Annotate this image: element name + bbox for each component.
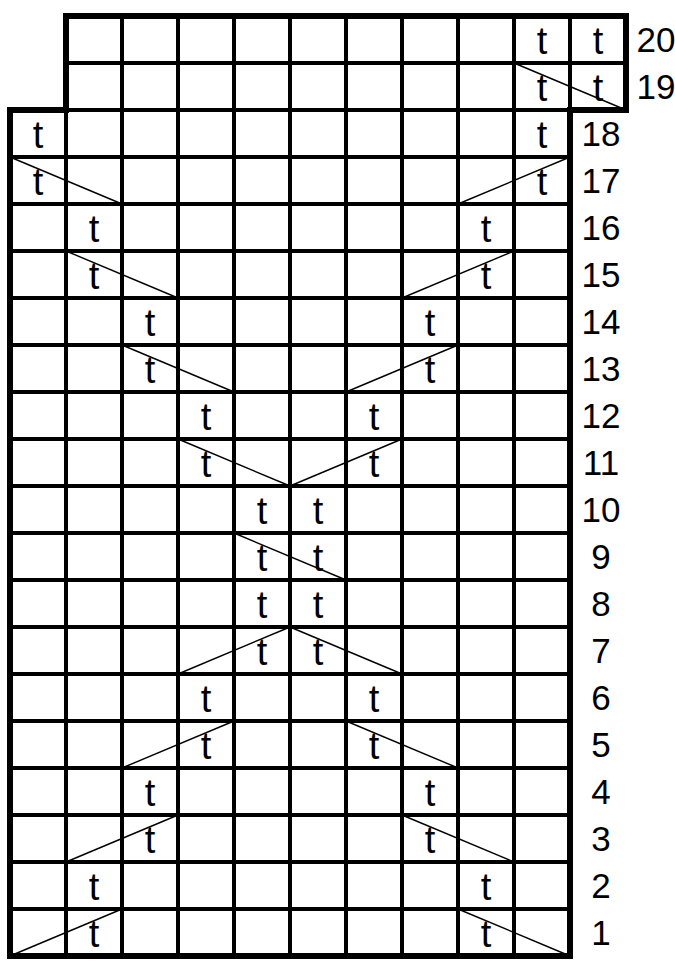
chart-cell-r2c9: t [458, 862, 514, 909]
chart-cell-r7c2 [66, 627, 122, 674]
chart-cell-r13c5 [234, 345, 290, 392]
chart-cell-r3c3: t [122, 815, 178, 862]
chart-cell-r12c4: t [178, 392, 234, 439]
chart-cell-r15c9: t [458, 251, 514, 298]
twisted-stitch-symbol: t [369, 398, 380, 436]
chart-cell-r12c5 [234, 392, 290, 439]
chart-cell-r5c4: t [178, 721, 234, 768]
chart-cell-r2c6 [290, 862, 346, 909]
twisted-stitch-symbol: t [481, 868, 492, 906]
twisted-stitch-symbol: t [145, 351, 156, 389]
chart-cell-r4c7 [346, 768, 402, 815]
chart-cell-r11c1 [10, 439, 66, 486]
row-number-label-5: 5 [561, 721, 641, 768]
twisted-stitch-symbol: t [257, 492, 268, 530]
twisted-stitch-symbol: t [201, 680, 212, 718]
chart-cell-r9c6: t [290, 533, 346, 580]
chart-cell-r19c9 [458, 63, 514, 110]
twisted-stitch-symbol: t [425, 351, 436, 389]
chart-cell-r20c3 [122, 16, 178, 63]
chart-cell-r10c3 [122, 486, 178, 533]
chart-cell-r4c6 [290, 768, 346, 815]
chart-cell-r1c5 [234, 909, 290, 956]
chart-cell-r16c7 [346, 204, 402, 251]
chart-cell-r20c5 [234, 16, 290, 63]
chart-cell-r13c6 [290, 345, 346, 392]
twisted-stitch-symbol: t [313, 586, 324, 624]
chart-cell-r3c2 [66, 815, 122, 862]
chart-cell-r6c3 [122, 674, 178, 721]
chart-cell-r6c4: t [178, 674, 234, 721]
row-number-label-11: 11 [561, 439, 641, 486]
chart-cell-r20c8 [402, 16, 458, 63]
chart-cell-r15c3 [122, 251, 178, 298]
chart-cell-r12c1 [10, 392, 66, 439]
row-number-label-16: 16 [561, 204, 641, 251]
chart-cell-r12c6 [290, 392, 346, 439]
row-number-label-15: 15 [561, 251, 641, 298]
chart-cell-r4c3: t [122, 768, 178, 815]
twisted-stitch-symbol: t [537, 116, 548, 154]
twisted-stitch-symbol: t [33, 163, 44, 201]
chart-cell-r6c2 [66, 674, 122, 721]
chart-cell-r17c4 [178, 157, 234, 204]
twisted-stitch-symbol: t [369, 445, 380, 483]
chart-cell-r15c1 [10, 251, 66, 298]
chart-cell-r2c7 [346, 862, 402, 909]
twisted-stitch-symbol: t [33, 116, 44, 154]
chart-cell-r9c7 [346, 533, 402, 580]
chart-cell-r11c3 [122, 439, 178, 486]
row-number-label-10: 10 [561, 486, 641, 533]
chart-cell-r19c10: t [514, 63, 570, 110]
chart-cell-r7c8 [402, 627, 458, 674]
row-number-label-8: 8 [561, 580, 641, 627]
chart-cell-r13c3: t [122, 345, 178, 392]
chart-cell-r10c8 [402, 486, 458, 533]
chart-cell-r18c8 [402, 110, 458, 157]
chart-cell-r7c3 [122, 627, 178, 674]
twisted-stitch-symbol: t [425, 821, 436, 859]
row-number-label-13: 13 [561, 345, 641, 392]
chart-cell-r1c6 [290, 909, 346, 956]
chart-cell-r13c7 [346, 345, 402, 392]
chart-cell-r17c2 [66, 157, 122, 204]
chart-cell-r18c3 [122, 110, 178, 157]
chart-cell-r2c4 [178, 862, 234, 909]
chart-cell-r5c9 [458, 721, 514, 768]
twisted-stitch-symbol: t [537, 69, 548, 107]
row-number-label-2: 2 [561, 862, 641, 909]
chart-cell-r1c9: t [458, 909, 514, 956]
twisted-stitch-symbol: t [201, 727, 212, 765]
chart-cell-r2c5 [234, 862, 290, 909]
chart-cell-r12c7: t [346, 392, 402, 439]
chart-cell-r19c8 [402, 63, 458, 110]
row-number-label-6: 6 [561, 674, 641, 721]
chart-cell-r19c4 [178, 63, 234, 110]
chart-cell-r15c7 [346, 251, 402, 298]
chart-cell-r20c6 [290, 16, 346, 63]
chart-cell-r16c9: t [458, 204, 514, 251]
chart-cell-r16c8 [402, 204, 458, 251]
chart-cell-r18c2 [66, 110, 122, 157]
chart-cell-r13c2 [66, 345, 122, 392]
twisted-stitch-symbol: t [313, 633, 324, 671]
chart-cell-r19c2 [66, 63, 122, 110]
chart-cell-r5c3 [122, 721, 178, 768]
twisted-stitch-symbol: t [425, 304, 436, 342]
chart-cell-r18c9 [458, 110, 514, 157]
knitting-chart: tttttttttttttttttttttttttttttttttttttttt… [0, 0, 675, 972]
chart-cell-r10c6: t [290, 486, 346, 533]
chart-cell-r8c8 [402, 580, 458, 627]
twisted-stitch-symbol: t [89, 210, 100, 248]
chart-cell-r6c7: t [346, 674, 402, 721]
row-number-label-3: 3 [561, 815, 641, 862]
chart-cell-r6c6 [290, 674, 346, 721]
chart-cell-r11c6 [290, 439, 346, 486]
chart-cell-r17c6 [290, 157, 346, 204]
chart-cell-r4c8: t [402, 768, 458, 815]
chart-cell-r13c1 [10, 345, 66, 392]
twisted-stitch-symbol: t [89, 915, 100, 953]
chart-cell-r8c5: t [234, 580, 290, 627]
twisted-stitch-symbol: t [537, 163, 548, 201]
chart-cell-r8c7 [346, 580, 402, 627]
chart-cell-r9c9 [458, 533, 514, 580]
chart-cell-r15c5 [234, 251, 290, 298]
chart-cell-r1c4 [178, 909, 234, 956]
twisted-stitch-symbol: t [313, 539, 324, 577]
chart-cell-r3c9 [458, 815, 514, 862]
chart-cell-r15c8 [402, 251, 458, 298]
chart-cell-r11c4: t [178, 439, 234, 486]
chart-cell-r5c5 [234, 721, 290, 768]
row-number-label-14: 14 [561, 298, 641, 345]
chart-cell-r19c7 [346, 63, 402, 110]
chart-cell-r7c1 [10, 627, 66, 674]
row-number-label-18: 18 [561, 110, 641, 157]
chart-cell-r10c1 [10, 486, 66, 533]
chart-cell-r17c5 [234, 157, 290, 204]
chart-cell-r18c7 [346, 110, 402, 157]
twisted-stitch-symbol: t [481, 210, 492, 248]
chart-cell-r6c1 [10, 674, 66, 721]
chart-cell-r12c8 [402, 392, 458, 439]
chart-cell-r6c8 [402, 674, 458, 721]
chart-cell-r17c3 [122, 157, 178, 204]
chart-cell-r9c2 [66, 533, 122, 580]
chart-cell-r20c2 [66, 16, 122, 63]
twisted-stitch-symbol: t [145, 821, 156, 859]
chart-cell-r6c9 [458, 674, 514, 721]
twisted-stitch-symbol: t [537, 22, 548, 60]
row-number-label-1: 1 [561, 909, 641, 956]
chart-cell-r10c4 [178, 486, 234, 533]
chart-cell-r20c7 [346, 16, 402, 63]
chart-cell-r4c1 [10, 768, 66, 815]
chart-cell-r13c4 [178, 345, 234, 392]
chart-cell-r15c6 [290, 251, 346, 298]
chart-cell-r7c9 [458, 627, 514, 674]
chart-cell-r16c6 [290, 204, 346, 251]
chart-cell-r11c2 [66, 439, 122, 486]
chart-cell-r1c8 [402, 909, 458, 956]
chart-cell-r19c6 [290, 63, 346, 110]
chart-cell-r19c5 [234, 63, 290, 110]
chart-cell-r14c4 [178, 298, 234, 345]
row-number-label-9: 9 [561, 533, 641, 580]
row-number-label-7: 7 [561, 627, 641, 674]
twisted-stitch-symbol: t [369, 727, 380, 765]
chart-cell-r18c5 [234, 110, 290, 157]
chart-cell-r11c5 [234, 439, 290, 486]
chart-cell-r12c9 [458, 392, 514, 439]
chart-cell-r14c6 [290, 298, 346, 345]
chart-cell-r12c2 [66, 392, 122, 439]
row-number-label-20: 20 [616, 16, 675, 63]
chart-cell-r10c5: t [234, 486, 290, 533]
row-number-label-17: 17 [561, 157, 641, 204]
chart-cell-r9c1 [10, 533, 66, 580]
chart-cell-r1c1 [10, 909, 66, 956]
twisted-stitch-symbol: t [145, 304, 156, 342]
chart-cell-r11c9 [458, 439, 514, 486]
chart-cell-r3c1 [10, 815, 66, 862]
twisted-stitch-symbol: t [481, 257, 492, 295]
chart-cell-r17c9 [458, 157, 514, 204]
chart-cell-r18c1: t [10, 110, 66, 157]
chart-cell-r11c8 [402, 439, 458, 486]
chart-cell-r2c8 [402, 862, 458, 909]
chart-cell-r4c2 [66, 768, 122, 815]
chart-cell-r7c7 [346, 627, 402, 674]
chart-cell-r16c2: t [66, 204, 122, 251]
chart-cell-r14c5 [234, 298, 290, 345]
chart-cell-r1c2: t [66, 909, 122, 956]
chart-cell-r20c4 [178, 16, 234, 63]
chart-cell-r17c7 [346, 157, 402, 204]
chart-cell-r20c10: t [514, 16, 570, 63]
twisted-stitch-symbol: t [257, 586, 268, 624]
chart-cell-r5c2 [66, 721, 122, 768]
twisted-stitch-symbol: t [593, 69, 604, 107]
twisted-stitch-symbol: t [593, 22, 604, 60]
row-number-label-12: 12 [561, 392, 641, 439]
chart-cell-r10c2 [66, 486, 122, 533]
chart-cell-r14c3: t [122, 298, 178, 345]
chart-cell-r5c1 [10, 721, 66, 768]
chart-cell-r4c4 [178, 768, 234, 815]
chart-cell-r8c4 [178, 580, 234, 627]
chart-cell-r9c5: t [234, 533, 290, 580]
row-number-label-19: 19 [616, 63, 675, 110]
twisted-stitch-symbol: t [481, 915, 492, 953]
chart-cell-r5c6 [290, 721, 346, 768]
chart-cell-r18c4 [178, 110, 234, 157]
chart-cell-r16c4 [178, 204, 234, 251]
chart-cell-r14c9 [458, 298, 514, 345]
chart-cell-r7c6: t [290, 627, 346, 674]
twisted-stitch-symbol: t [89, 868, 100, 906]
chart-cell-r8c9 [458, 580, 514, 627]
chart-cell-r15c2: t [66, 251, 122, 298]
chart-cell-r1c7 [346, 909, 402, 956]
twisted-stitch-symbol: t [313, 492, 324, 530]
chart-cell-r6c5 [234, 674, 290, 721]
chart-cell-r14c7 [346, 298, 402, 345]
chart-cell-r9c8 [402, 533, 458, 580]
twisted-stitch-symbol: t [257, 633, 268, 671]
chart-cell-r13c9 [458, 345, 514, 392]
chart-cell-r2c1 [10, 862, 66, 909]
twisted-stitch-symbol: t [425, 774, 436, 812]
chart-cell-r7c5: t [234, 627, 290, 674]
row-number-label-4: 4 [561, 768, 641, 815]
chart-cell-r16c1 [10, 204, 66, 251]
chart-cell-r14c1 [10, 298, 66, 345]
twisted-stitch-symbol: t [369, 680, 380, 718]
twisted-stitch-symbol: t [201, 398, 212, 436]
chart-cell-r16c5 [234, 204, 290, 251]
chart-cell-r15c4 [178, 251, 234, 298]
chart-cell-r14c8: t [402, 298, 458, 345]
chart-cell-r7c4 [178, 627, 234, 674]
chart-cell-r9c4 [178, 533, 234, 580]
chart-cell-r9c3 [122, 533, 178, 580]
chart-cell-r8c6: t [290, 580, 346, 627]
chart-cell-r19c3 [122, 63, 178, 110]
chart-cell-r14c2 [66, 298, 122, 345]
twisted-stitch-symbol: t [257, 539, 268, 577]
chart-cell-r17c8 [402, 157, 458, 204]
chart-cell-r3c7 [346, 815, 402, 862]
twisted-stitch-symbol: t [89, 257, 100, 295]
chart-cell-r4c5 [234, 768, 290, 815]
twisted-stitch-symbol: t [145, 774, 156, 812]
chart-cell-r10c9 [458, 486, 514, 533]
chart-cell-r3c5 [234, 815, 290, 862]
chart-cell-r8c1 [10, 580, 66, 627]
chart-cell-r4c9 [458, 768, 514, 815]
chart-cell-r16c3 [122, 204, 178, 251]
chart-cell-r8c2 [66, 580, 122, 627]
chart-cell-r20c9 [458, 16, 514, 63]
chart-cell-r11c7: t [346, 439, 402, 486]
chart-cell-r8c3 [122, 580, 178, 627]
chart-cell-r3c8: t [402, 815, 458, 862]
chart-cell-r3c4 [178, 815, 234, 862]
chart-cell-r13c8: t [402, 345, 458, 392]
chart-cell-r10c7 [346, 486, 402, 533]
chart-cell-r3c6 [290, 815, 346, 862]
chart-cell-r5c8 [402, 721, 458, 768]
chart-cell-r12c3 [122, 392, 178, 439]
chart-cell-r17c1: t [10, 157, 66, 204]
chart-cell-r2c2: t [66, 862, 122, 909]
chart-cell-r18c6 [290, 110, 346, 157]
chart-cell-r1c3 [122, 909, 178, 956]
twisted-stitch-symbol: t [201, 445, 212, 483]
chart-cell-r5c7: t [346, 721, 402, 768]
chart-cell-r2c3 [122, 862, 178, 909]
